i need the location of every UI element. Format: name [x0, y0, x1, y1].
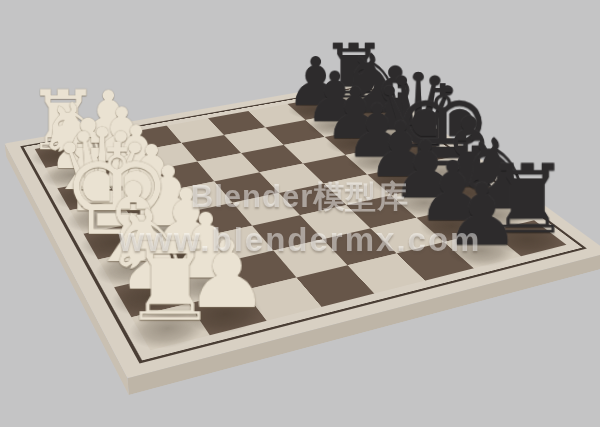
square-f8: ♝ — [434, 177, 504, 208]
black-rook-a8: ♜ — [295, 35, 413, 109]
board-border-line: ♜♟♟♜♞♟♟♞♝♟♟♝♛♟♟♛♚♟♟♚♝♟♟♝♞♟♟♞♜♟♟♜ — [20, 85, 587, 363]
chessboard: ♜♟♟♜♞♟♟♞♝♟♟♝♛♟♟♛♚♟♟♚♝♟♟♝♞♟♟♞♜♟♟♜ — [5, 80, 600, 379]
board-scene: ♜♟♟♜♞♟♟♞♝♟♟♝♛♟♟♛♚♟♟♚♝♟♟♝♞♟♟♞♜♟♟♜ — [52, 0, 506, 420]
board-grid: ♜♟♟♜♞♟♟♞♝♟♟♝♛♟♟♛♚♟♟♚♝♟♟♝♞♟♟♞♜♟♟♜ — [35, 91, 567, 351]
square-f6 — [346, 195, 416, 228]
square-f7: ♟ — [391, 186, 461, 218]
black-bishop-f8: ♝ — [399, 104, 539, 202]
render-stage: ♜♟♟♜♞♟♟♞♝♟♟♝♛♟♟♛♚♟♟♚♝♟♟♝♞♟♟♞♜♟♟♜ Blender… — [0, 0, 600, 427]
